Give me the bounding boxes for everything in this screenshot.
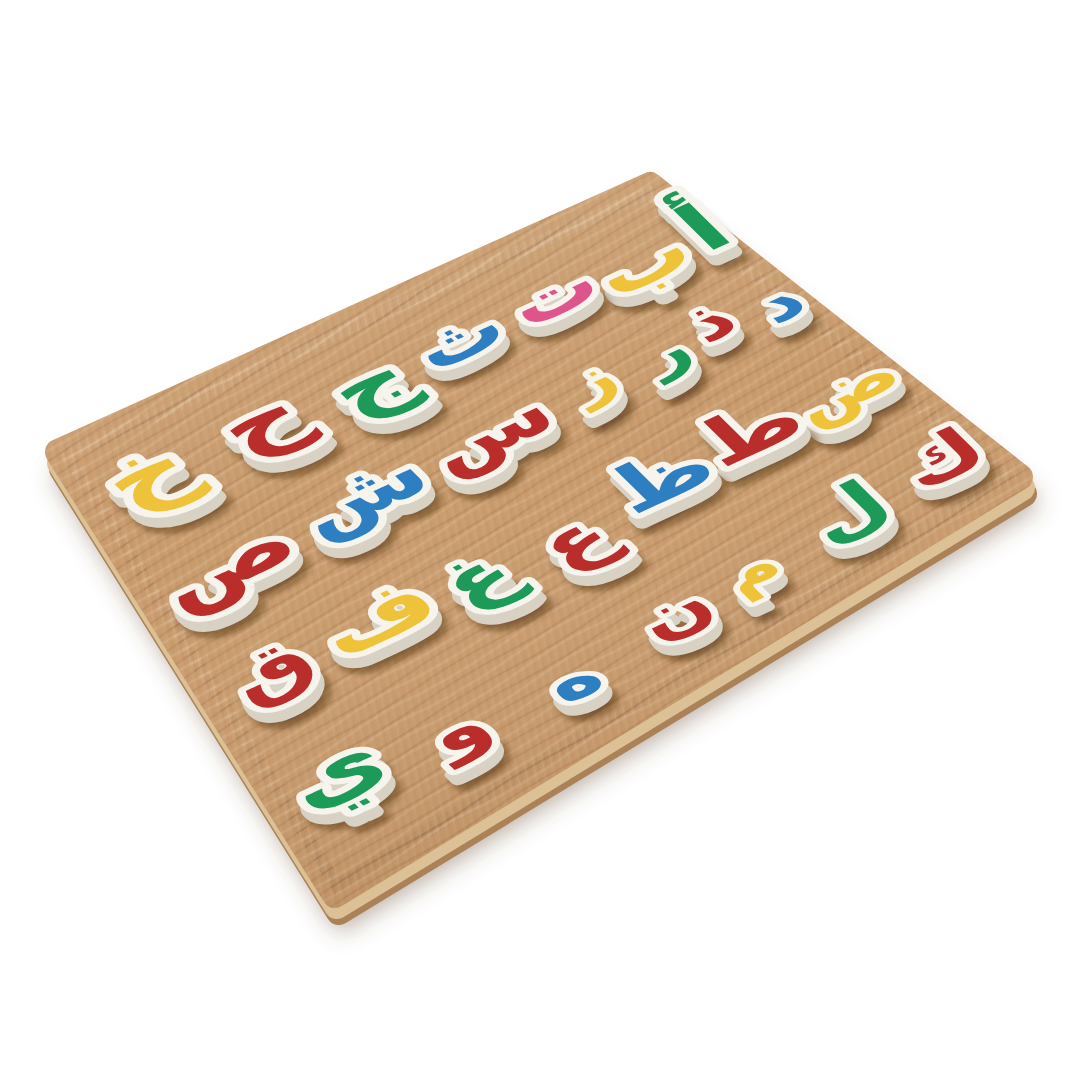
- puzzle-photo: أأأبببتتتدددذذذثثثرررزززجججضضضحححطططسسسك…: [0, 0, 1080, 1080]
- product-photo-stage: أأأبببتتتدددذذذثثثرررزززجججضضضحححطططسسسك…: [0, 0, 1080, 1080]
